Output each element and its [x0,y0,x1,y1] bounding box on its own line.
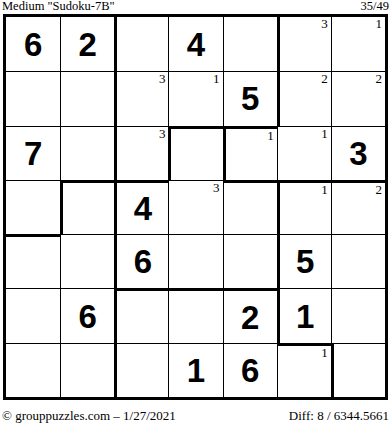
given-digit: 7 [24,137,42,170]
pencil-mark: 2 [321,72,328,86]
cell-r1c3[interactable] [114,17,168,71]
cell-r7c6[interactable]: 1 [277,343,331,397]
given-digit: 6 [24,28,42,61]
given-digit: 5 [296,245,314,278]
cell-r7c3[interactable] [114,343,168,397]
pencil-mark: 1 [321,346,328,360]
cell-r4c2[interactable] [60,180,114,234]
cell-r2c6[interactable]: 2 [277,71,331,125]
pencil-mark: 3 [159,72,166,86]
cell-r3c5[interactable]: 1 [223,126,277,180]
pencil-mark: 1 [321,183,328,197]
cell-r1c2: 2 [60,17,114,71]
cell-r2c2[interactable] [60,71,114,125]
cell-r5c6: 5 [277,234,331,288]
given-digit: 4 [187,28,205,61]
cell-r3c1: 7 [6,126,60,180]
given-digit: 5 [241,82,259,115]
given-digit: 3 [349,137,367,170]
cell-r1c6[interactable]: 3 [277,17,331,71]
cell-r5c3: 6 [114,234,168,288]
cell-r3c6[interactable]: 1 [277,126,331,180]
cell-r3c2[interactable] [60,126,114,180]
cell-r6c1[interactable] [6,288,60,342]
cell-r1c1: 6 [6,17,60,71]
cell-r4c3: 4 [114,180,168,234]
cell-r6c7[interactable] [331,288,385,342]
cell-r2c4[interactable]: 1 [168,71,222,125]
given-digit: 1 [187,354,205,387]
given-digit: 6 [241,354,259,387]
cell-r5c1[interactable] [6,234,60,288]
cell-r7c2[interactable] [60,343,114,397]
pencil-mark: 1 [321,127,328,141]
pencil-mark: 1 [375,17,382,31]
cell-r6c2: 6 [60,288,114,342]
puzzle-page: Medium "Sudoku-7B" 35/49 624313152273113… [0,0,391,426]
cell-r2c5: 5 [223,71,277,125]
pencil-mark: 3 [159,127,166,141]
cell-r4c1[interactable] [6,180,60,234]
cell-r3c4[interactable] [168,126,222,180]
cell-r3c7: 3 [331,126,385,180]
pencil-mark: 3 [213,181,220,195]
copyright-date: © grouppuzzles.com – 1/27/2021 [2,409,176,423]
cell-r5c2[interactable] [60,234,114,288]
cell-r1c5[interactable] [223,17,277,71]
cell-r2c3[interactable]: 3 [114,71,168,125]
given-digit: 6 [134,245,152,278]
cell-r7c4: 1 [168,343,222,397]
given-digit: 2 [79,28,97,61]
given-digit: 2 [241,301,259,334]
cell-r7c1[interactable] [6,343,60,397]
given-digit: 6 [79,300,97,333]
cell-r3c3[interactable]: 3 [114,126,168,180]
cell-r6c4[interactable] [168,288,222,342]
cell-r1c7[interactable]: 1 [331,17,385,71]
cell-r5c5[interactable] [223,234,277,288]
pencil-mark: 2 [375,72,382,86]
cell-r6c5: 2 [223,288,277,342]
cell-r4c7[interactable]: 2 [331,180,385,234]
cell-r7c7[interactable] [331,343,385,397]
difficulty-rating: Diff: 8 / 6344.5661 [289,409,389,423]
cell-r4c6[interactable]: 1 [277,180,331,234]
cell-r4c4[interactable]: 3 [168,180,222,234]
cell-r4c5[interactable] [223,180,277,234]
header: Medium "Sudoku-7B" 35/49 [2,0,389,14]
cell-r2c7[interactable]: 2 [331,71,385,125]
sudoku-board: 624313152273113431265621161 [3,14,388,400]
footer: © grouppuzzles.com – 1/27/2021 Diff: 8 /… [2,407,389,423]
puzzle-title: Medium "Sudoku-7B" [2,0,115,13]
pencil-mark: 2 [375,183,382,197]
pencil-mark: 3 [321,17,328,31]
cell-r5c7[interactable] [331,234,385,288]
cells-remaining-counter: 35/49 [361,0,389,13]
given-digit: 4 [134,192,152,225]
pencil-mark: 1 [267,129,274,143]
pencil-mark: 1 [213,72,220,86]
cell-r6c3[interactable] [114,288,168,342]
cell-r6c6: 1 [277,288,331,342]
given-digit: 1 [296,300,314,333]
cell-r7c5: 6 [223,343,277,397]
cell-r1c4: 4 [168,17,222,71]
cell-r5c4[interactable] [168,234,222,288]
cell-r2c1[interactable] [6,71,60,125]
